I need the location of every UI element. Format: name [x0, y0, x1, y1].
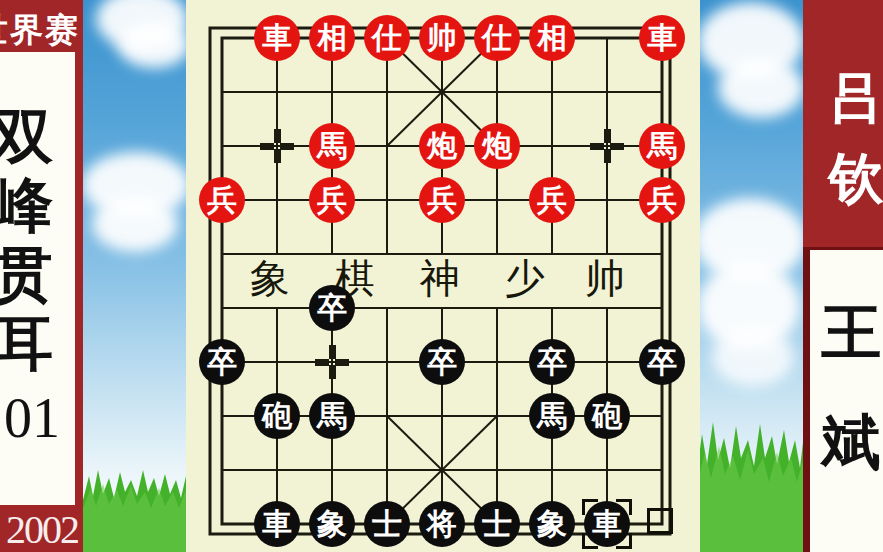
xiangqi-piece-black[interactable]: 卒 — [529, 339, 575, 385]
xiangqi-piece-red[interactable]: 馬 — [309, 123, 355, 169]
event-name: 世界赛 — [0, 8, 80, 52]
player-top-name: 吕钦 — [825, 59, 883, 219]
cloud — [118, 22, 190, 68]
xiangqi-piece-black[interactable]: 車 — [584, 501, 630, 547]
sidebar-right: 吕钦 王斌 — [803, 0, 883, 552]
xiangqi-piece-black[interactable]: 卒 — [639, 339, 685, 385]
xiangqi-piece-red[interactable]: 帅 — [419, 15, 465, 61]
river-watermark-char: 象 — [250, 251, 290, 306]
vertical-char: 双 — [0, 103, 54, 172]
xiangqi-piece-red[interactable]: 車 — [254, 15, 300, 61]
xiangqi-piece-red[interactable]: 仕 — [474, 15, 520, 61]
cloud — [718, 58, 804, 118]
player-top-banner: 吕钦 — [803, 0, 883, 247]
xiangqi-piece-black[interactable]: 象 — [529, 501, 575, 547]
xiangqi-piece-black[interactable]: 士 — [474, 501, 520, 547]
xiangqi-piece-black[interactable]: 将 — [419, 501, 465, 547]
point-marker-cross — [315, 345, 349, 379]
event-banner: 世界赛 — [0, 0, 83, 52]
xiangqi-piece-red[interactable]: 兵 — [309, 177, 355, 223]
xiangqi-piece-red[interactable]: 兵 — [199, 177, 245, 223]
xiangqi-piece-red[interactable]: 炮 — [419, 123, 465, 169]
xiangqi-piece-black[interactable]: 卒 — [419, 339, 465, 385]
xiangqi-board[interactable]: 象棋神少帅 車相仕帅仕相車馬炮炮馬兵兵兵兵兵卒卒卒卒卒砲馬馬砲車象士将士象車 — [186, 0, 700, 552]
xiangqi-piece-black[interactable]: 砲 — [254, 393, 300, 439]
xiangqi-piece-black[interactable]: 砲 — [584, 393, 630, 439]
game-number: 01 — [0, 388, 68, 448]
xiangqi-piece-red[interactable]: 仕 — [364, 15, 410, 61]
xiangqi-piece-black[interactable]: 士 — [364, 501, 410, 547]
xiangqi-piece-red[interactable]: 相 — [529, 15, 575, 61]
xiangqi-piece-black[interactable]: 卒 — [309, 285, 355, 331]
vertical-char: 斌 — [820, 388, 882, 498]
xiangqi-piece-red[interactable]: 兵 — [639, 177, 685, 223]
point-marker-cross — [590, 129, 624, 163]
xiangqi-piece-black[interactable]: 象 — [309, 501, 355, 547]
left-panel: 双峰贯耳 01 — [0, 52, 75, 505]
xiangqi-piece-black[interactable]: 車 — [254, 501, 300, 547]
year: 2002 — [0, 506, 83, 552]
river-watermark-char: 神 — [420, 251, 460, 306]
xiangqi-piece-black[interactable]: 馬 — [529, 393, 575, 439]
xiangqi-piece-red[interactable]: 兵 — [529, 177, 575, 223]
river-watermark-char: 帅 — [585, 251, 625, 306]
vertical-char: 峰 — [0, 172, 54, 241]
grass-right — [697, 412, 803, 552]
year-banner: 2002 — [0, 505, 83, 552]
xiangqi-piece-red[interactable]: 馬 — [639, 123, 685, 169]
vertical-char: 王 — [820, 278, 882, 388]
vertical-char: 贯 — [0, 241, 54, 310]
tactic-title: 双峰贯耳 — [0, 103, 54, 379]
xiangqi-piece-red[interactable]: 炮 — [474, 123, 520, 169]
player-bottom-name: 王斌 — [820, 278, 882, 498]
river-watermark-char: 少 — [505, 251, 545, 306]
vertical-char: 耳 — [0, 310, 54, 379]
xiangqi-piece-red[interactable]: 車 — [639, 15, 685, 61]
point-marker-cross — [260, 129, 294, 163]
grass-left — [83, 462, 190, 552]
vertical-char: 吕 — [825, 59, 883, 139]
last-move-origin-square — [647, 508, 673, 534]
xiangqi-piece-red[interactable]: 兵 — [419, 177, 465, 223]
player-bottom-panel: 王斌 — [810, 250, 883, 552]
xiangqi-piece-red[interactable]: 相 — [309, 15, 355, 61]
cloud — [92, 196, 178, 252]
scene: 象棋神少帅 車相仕帅仕相車馬炮炮馬兵兵兵兵兵卒卒卒卒卒砲馬馬砲車象士将士象車 世… — [0, 0, 883, 552]
cloud — [712, 328, 794, 386]
vertical-char: 钦 — [825, 139, 883, 219]
sidebar-left: 世界赛 双峰贯耳 01 2002 — [0, 0, 83, 552]
xiangqi-piece-black[interactable]: 馬 — [309, 393, 355, 439]
xiangqi-piece-black[interactable]: 卒 — [199, 339, 245, 385]
